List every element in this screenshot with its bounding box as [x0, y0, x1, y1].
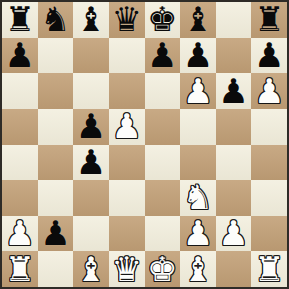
piece-white-knight[interactable]: ♞ — [183, 180, 213, 215]
square-f7[interactable]: ♟ — [180, 38, 216, 74]
square-b4[interactable] — [38, 145, 74, 181]
square-e3[interactable] — [145, 180, 181, 216]
square-d5[interactable]: ♟ — [109, 109, 145, 145]
square-g2[interactable]: ♟ — [216, 216, 252, 252]
piece-white-bishop[interactable]: ♝ — [183, 252, 213, 287]
piece-white-pawn[interactable]: ♟ — [183, 216, 213, 251]
square-d7[interactable] — [109, 38, 145, 74]
square-b5[interactable] — [38, 109, 74, 145]
square-h6[interactable]: ♟ — [251, 73, 287, 109]
square-g5[interactable] — [216, 109, 252, 145]
square-c7[interactable] — [73, 38, 109, 74]
square-d8[interactable]: ♛ — [109, 2, 145, 38]
piece-black-rook[interactable]: ♜ — [5, 2, 35, 37]
square-f6[interactable]: ♟ — [180, 73, 216, 109]
piece-black-pawn[interactable]: ♟ — [254, 38, 284, 73]
chess-board-frame: ♜♞♝♛♚♝♜♟♟♟♟♟♟♟♟♟♟♞♟♟♟♟♜♝♛♚♝♜ — [0, 0, 289, 289]
piece-black-pawn[interactable]: ♟ — [76, 109, 106, 144]
piece-white-king[interactable]: ♚ — [147, 252, 177, 287]
piece-white-rook[interactable]: ♜ — [5, 252, 35, 287]
square-g4[interactable] — [216, 145, 252, 181]
square-h4[interactable] — [251, 145, 287, 181]
square-a2[interactable]: ♟ — [2, 216, 38, 252]
square-d1[interactable]: ♛ — [109, 251, 145, 287]
piece-white-pawn[interactable]: ♟ — [254, 74, 284, 109]
square-a3[interactable] — [2, 180, 38, 216]
piece-black-pawn[interactable]: ♟ — [183, 38, 213, 73]
piece-black-pawn[interactable]: ♟ — [76, 145, 106, 180]
square-d2[interactable] — [109, 216, 145, 252]
piece-black-queen[interactable]: ♛ — [111, 2, 141, 37]
square-d4[interactable] — [109, 145, 145, 181]
square-b6[interactable] — [38, 73, 74, 109]
piece-white-pawn[interactable]: ♟ — [111, 109, 141, 144]
square-h7[interactable]: ♟ — [251, 38, 287, 74]
square-f1[interactable]: ♝ — [180, 251, 216, 287]
square-e5[interactable] — [145, 109, 181, 145]
square-f5[interactable] — [180, 109, 216, 145]
square-e4[interactable] — [145, 145, 181, 181]
piece-white-queen[interactable]: ♛ — [111, 252, 141, 287]
square-g1[interactable] — [216, 251, 252, 287]
square-h5[interactable] — [251, 109, 287, 145]
square-g3[interactable] — [216, 180, 252, 216]
square-a5[interactable] — [2, 109, 38, 145]
square-b8[interactable]: ♞ — [38, 2, 74, 38]
square-c5[interactable]: ♟ — [73, 109, 109, 145]
square-a1[interactable]: ♜ — [2, 251, 38, 287]
square-d3[interactable] — [109, 180, 145, 216]
square-g7[interactable] — [216, 38, 252, 74]
square-g8[interactable] — [216, 2, 252, 38]
square-h8[interactable]: ♜ — [251, 2, 287, 38]
square-d6[interactable] — [109, 73, 145, 109]
square-e6[interactable] — [145, 73, 181, 109]
piece-white-pawn[interactable]: ♟ — [5, 216, 35, 251]
chess-board: ♜♞♝♛♚♝♜♟♟♟♟♟♟♟♟♟♟♞♟♟♟♟♜♝♛♚♝♜ — [2, 2, 287, 287]
square-a6[interactable] — [2, 73, 38, 109]
piece-black-knight[interactable]: ♞ — [40, 2, 70, 37]
piece-white-pawn[interactable]: ♟ — [183, 74, 213, 109]
square-c1[interactable]: ♝ — [73, 251, 109, 287]
piece-black-king[interactable]: ♚ — [147, 2, 177, 37]
square-c8[interactable]: ♝ — [73, 2, 109, 38]
square-e8[interactable]: ♚ — [145, 2, 181, 38]
square-a8[interactable]: ♜ — [2, 2, 38, 38]
piece-black-pawn[interactable]: ♟ — [147, 38, 177, 73]
square-a7[interactable]: ♟ — [2, 38, 38, 74]
piece-black-bishop[interactable]: ♝ — [76, 2, 106, 37]
square-f2[interactable]: ♟ — [180, 216, 216, 252]
square-b2[interactable]: ♟ — [38, 216, 74, 252]
square-c4[interactable]: ♟ — [73, 145, 109, 181]
square-b1[interactable] — [38, 251, 74, 287]
square-b7[interactable] — [38, 38, 74, 74]
piece-white-rook[interactable]: ♜ — [254, 252, 284, 287]
square-g6[interactable]: ♟ — [216, 73, 252, 109]
piece-white-pawn[interactable]: ♟ — [218, 216, 248, 251]
square-h1[interactable]: ♜ — [251, 251, 287, 287]
square-h3[interactable] — [251, 180, 287, 216]
piece-black-pawn[interactable]: ♟ — [40, 216, 70, 251]
square-e7[interactable]: ♟ — [145, 38, 181, 74]
square-c3[interactable] — [73, 180, 109, 216]
piece-black-rook[interactable]: ♜ — [254, 2, 284, 37]
square-f4[interactable] — [180, 145, 216, 181]
square-a4[interactable] — [2, 145, 38, 181]
square-e2[interactable] — [145, 216, 181, 252]
piece-black-bishop[interactable]: ♝ — [183, 2, 213, 37]
square-h2[interactable] — [251, 216, 287, 252]
square-b3[interactable] — [38, 180, 74, 216]
piece-black-pawn[interactable]: ♟ — [218, 74, 248, 109]
square-e1[interactable]: ♚ — [145, 251, 181, 287]
square-c2[interactable] — [73, 216, 109, 252]
piece-white-bishop[interactable]: ♝ — [76, 252, 106, 287]
square-c6[interactable] — [73, 73, 109, 109]
square-f3[interactable]: ♞ — [180, 180, 216, 216]
square-f8[interactable]: ♝ — [180, 2, 216, 38]
piece-black-pawn[interactable]: ♟ — [5, 38, 35, 73]
